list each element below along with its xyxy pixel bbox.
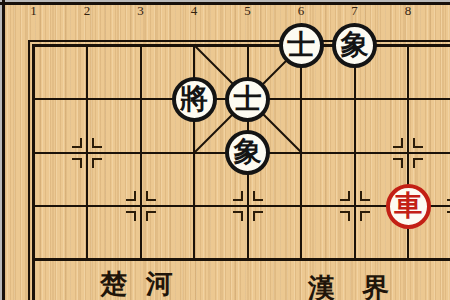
file-label-7: 7 [346, 3, 364, 18]
point-marker-8-3 [413, 138, 423, 148]
point-marker-7-4 [360, 191, 370, 201]
xiangqi-board: 12345678 楚河 漢界 士象將士象車 [0, 0, 450, 300]
file-label-5: 5 [239, 3, 257, 18]
point-marker-3-4 [126, 211, 136, 221]
point-marker-3-4 [146, 211, 156, 221]
piece-black-advisor[interactable]: 士 [279, 23, 324, 68]
file-label-2: 2 [78, 3, 96, 18]
point-marker-8-3 [393, 158, 403, 168]
piece-red-chariot[interactable]: 車 [386, 184, 431, 229]
file-label-8: 8 [399, 3, 417, 18]
rank-line-5 [32, 258, 450, 261]
piece-black-general[interactable]: 將 [172, 77, 217, 122]
point-marker-2-3 [92, 138, 102, 148]
point-marker-8-3 [413, 158, 423, 168]
file-line-7 [354, 45, 356, 261]
piece-black-advisor[interactable]: 士 [225, 77, 270, 122]
point-marker-5-4 [233, 211, 243, 221]
river-text-chu-he: 楚河 [100, 266, 192, 300]
point-marker-7-4 [360, 211, 370, 221]
board-edge-top-line [0, 2, 450, 5]
point-marker-3-4 [146, 191, 156, 201]
file-line-2 [86, 45, 88, 261]
file-label-3: 3 [132, 3, 150, 18]
file-label-6: 6 [292, 3, 310, 18]
file-label-4: 4 [185, 3, 203, 18]
point-marker-7-4 [340, 191, 350, 201]
river-text-han-jie: 漢界 [308, 270, 416, 300]
piece-black-elephant[interactable]: 象 [332, 23, 377, 68]
file-line-1 [32, 44, 35, 300]
point-marker-7-4 [340, 211, 350, 221]
point-marker-3-4 [126, 191, 136, 201]
point-marker-2-3 [72, 138, 82, 148]
point-marker-9-4 [447, 211, 450, 221]
point-marker-5-4 [233, 191, 243, 201]
point-marker-2-3 [92, 158, 102, 168]
file-line-3 [140, 45, 142, 261]
point-marker-2-3 [72, 158, 82, 168]
point-marker-8-3 [393, 138, 403, 148]
piece-black-elephant[interactable]: 象 [225, 130, 270, 175]
board-edge-left-line [2, 0, 5, 300]
point-marker-5-4 [253, 191, 263, 201]
rank-line-1 [32, 44, 450, 47]
point-marker-9-4 [447, 191, 450, 201]
point-marker-5-4 [253, 211, 263, 221]
file-label-1: 1 [25, 3, 43, 18]
